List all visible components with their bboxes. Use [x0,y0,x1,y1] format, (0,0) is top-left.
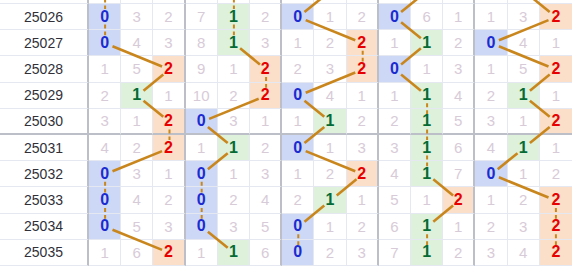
hit-cell-2: 2 [540,214,572,240]
miss-cell: 2 [347,214,379,240]
hit-cell-1: 1 [121,83,153,109]
miss-cell-text: 5 [261,219,269,234]
miss-cell-text: 2 [164,9,172,24]
hit-cell-0-text: 0 [100,9,109,25]
hit-cell-0-text: 0 [197,218,206,234]
hit-cell-2-text: 2 [551,192,560,208]
hit-cell-0: 0 [89,187,121,213]
miss-cell-text: 5 [133,219,141,234]
miss-cell-text: 4 [390,166,398,181]
miss-cell-text: 3 [390,140,398,155]
miss-cell-text: 1 [422,61,430,76]
hit-cell-1-text: 1 [229,244,238,260]
hit-cell-0-text: 0 [100,35,109,51]
miss-cell-text: 1 [487,61,495,76]
miss-cell: 2 [443,30,475,56]
period-label-text: 25032 [24,167,63,181]
miss-cell-text: 1 [229,166,237,181]
miss-cell-text: 4 [454,88,462,103]
trend-grid: 2502603271201206113225027043813122112041… [0,0,572,266]
miss-cell-text: 4 [261,192,269,207]
miss-cell: 10 [186,83,218,109]
miss-cell-text: 1 [358,192,366,207]
hit-cell-1: 1 [508,83,540,109]
miss-cell: 1 [475,56,507,82]
miss-cell: 1 [121,109,153,135]
miss-cell: 2 [153,4,185,30]
miss-cell-text: 2 [133,140,141,155]
miss-cell-text: 8 [197,35,205,50]
hit-cell-1-text: 1 [422,244,431,260]
miss-cell: 1 [186,135,218,161]
miss-cell: 1 [218,56,250,82]
miss-cell-text: 2 [261,140,269,155]
miss-cell: 1 [89,56,121,82]
miss-cell: 3 [250,30,282,56]
miss-cell-text: 2 [454,245,462,260]
miss-cell: 5 [379,187,411,213]
hit-cell-0-text: 0 [487,166,496,182]
miss-cell: 1 [153,83,185,109]
hit-cell-2-text: 2 [551,218,560,234]
miss-cell: 9 [186,56,218,82]
hit-cell-2: 2 [153,135,185,161]
miss-cell: 2 [314,161,346,187]
hit-cell-0-text: 0 [390,61,399,77]
miss-cell-text: 6 [133,245,141,260]
period-label: 25034 [0,214,89,240]
miss-cell-text: 1 [422,192,430,207]
miss-cell-text: 1 [390,88,398,103]
hit-cell-1: 1 [411,30,443,56]
miss-cell-text: 3 [261,166,269,181]
hit-cell-2-text: 2 [551,244,560,260]
hit-cell-2-text: 2 [357,61,366,77]
period-label-text: 25034 [24,219,63,233]
miss-cell: 7 [443,161,475,187]
miss-cell-text: 1 [454,9,462,24]
miss-cell-text: 2 [294,192,302,207]
miss-cell: 2 [347,4,379,30]
hit-cell-0: 0 [282,240,314,266]
miss-cell: 2 [540,161,572,187]
miss-cell: 6 [443,135,475,161]
miss-cell-text: 1 [552,140,560,155]
miss-cell: 7 [379,240,411,266]
miss-cell-text: 3 [164,35,172,50]
hit-cell-2-text: 2 [164,244,173,260]
miss-cell-text: 2 [326,245,334,260]
miss-cell-text: 2 [358,219,366,234]
miss-cell-text: 3 [261,35,269,50]
miss-cell: 3 [89,109,121,135]
miss-cell: 2 [218,83,250,109]
hit-cell-2: 2 [347,161,379,187]
miss-cell: 2 [89,83,121,109]
miss-cell: 4 [443,83,475,109]
miss-cell: 1 [347,83,379,109]
miss-cell-text: 4 [133,35,141,50]
hit-cell-0: 0 [186,161,218,187]
hit-cell-0: 0 [186,214,218,240]
miss-cell-text: 3 [133,9,141,24]
hit-cell-1: 1 [508,135,540,161]
miss-cell: 6 [411,4,443,30]
hit-cell-1-text: 1 [326,192,335,208]
hit-cell-1: 1 [314,109,346,135]
miss-cell-text: 1 [229,61,237,76]
hit-cell-1: 1 [218,240,250,266]
miss-cell-text: 1 [164,88,172,103]
miss-cell: 2 [282,56,314,82]
miss-cell-text: 1 [294,113,302,128]
hit-cell-0: 0 [89,4,121,30]
miss-cell-text: 6 [390,219,398,234]
miss-cell: 3 [347,135,379,161]
hit-cell-2-text: 2 [164,113,173,129]
hit-cell-0: 0 [475,30,507,56]
miss-cell: 2 [379,109,411,135]
miss-cell-text: 3 [100,113,108,128]
miss-cell: 2 [250,135,282,161]
hit-cell-2-text: 2 [551,61,560,77]
miss-cell-text: 1 [326,9,334,24]
miss-cell-text: 7 [454,166,462,181]
hit-cell-1-text: 1 [326,113,335,129]
miss-cell: 7 [186,4,218,30]
miss-cell-text: 2 [100,88,108,103]
miss-cell: 3 [250,161,282,187]
hit-cell-2: 2 [540,109,572,135]
miss-cell-text: 10 [193,88,210,103]
miss-cell: 1 [475,187,507,213]
miss-cell: 5 [121,214,153,240]
miss-cell: 2 [508,187,540,213]
miss-cell-text: 6 [454,140,462,155]
miss-cell-text: 2 [164,192,172,207]
miss-cell: 2 [282,187,314,213]
hit-cell-1-text: 1 [422,35,431,51]
hit-cell-0: 0 [89,30,121,56]
miss-cell-text: 1 [294,35,302,50]
period-label-text: 25031 [24,141,63,155]
hit-cell-2: 2 [540,4,572,30]
hit-cell-1: 1 [411,161,443,187]
miss-cell-text: 1 [454,219,462,234]
miss-cell-text: 1 [197,140,205,155]
miss-cell-text: 2 [552,166,560,181]
hit-cell-1-text: 1 [422,166,431,182]
miss-cell: 1 [250,109,282,135]
miss-cell: 3 [475,240,507,266]
miss-cell: 5 [250,214,282,240]
miss-cell-text: 2 [487,219,495,234]
miss-cell-text: 2 [326,35,334,50]
hit-cell-1: 1 [218,135,250,161]
miss-cell: 4 [508,240,540,266]
hit-cell-2-text: 2 [454,192,463,208]
miss-cell: 1 [314,214,346,240]
miss-cell-text: 3 [326,61,334,76]
miss-cell-text: 3 [358,140,366,155]
miss-cell: 3 [121,161,153,187]
miss-cell: 1 [379,83,411,109]
period-label-text: 25028 [24,62,63,76]
hit-cell-2-text: 2 [261,87,270,103]
hit-cell-0: 0 [282,83,314,109]
miss-cell-text: 1 [100,245,108,260]
hit-cell-1: 1 [411,214,443,240]
miss-cell-text: 1 [164,166,172,181]
hit-cell-2: 2 [153,240,185,266]
miss-cell-text: 3 [229,219,237,234]
miss-cell: 1 [443,4,475,30]
miss-cell: 3 [475,109,507,135]
miss-cell: 1 [411,56,443,82]
miss-cell: 4 [121,30,153,56]
miss-cell: 1 [411,187,443,213]
miss-cell-text: 1 [100,61,108,76]
miss-cell: 1 [89,240,121,266]
hit-cell-1-text: 1 [422,140,431,156]
miss-cell-text: 3 [487,113,495,128]
miss-cell: 2 [218,187,250,213]
miss-cell-text: 1 [552,35,560,50]
period-label-text: 25030 [24,114,63,128]
period-label-text: 25033 [24,193,63,207]
hit-cell-1: 1 [314,187,346,213]
miss-cell: 1 [282,30,314,56]
miss-cell: 3 [443,56,475,82]
miss-cell: 4 [89,135,121,161]
hit-cell-0-text: 0 [293,140,302,156]
miss-cell: 2 [475,83,507,109]
miss-cell-text: 1 [294,166,302,181]
hit-cell-0: 0 [282,4,314,30]
hit-cell-0-text: 0 [487,35,496,51]
hit-cell-2: 2 [540,240,572,266]
hit-cell-2: 2 [153,109,185,135]
miss-cell-text: 1 [487,9,495,24]
hit-cell-2-text: 2 [261,61,270,77]
miss-cell: 1 [153,161,185,187]
period-label: 25026 [0,4,89,30]
miss-cell-text: 7 [197,9,205,24]
miss-cell: 3 [218,214,250,240]
miss-cell-text: 1 [133,113,141,128]
hit-cell-0-text: 0 [100,218,109,234]
miss-cell-text: 2 [390,113,398,128]
miss-cell-text: 2 [326,166,334,181]
miss-cell: 4 [379,161,411,187]
miss-cell-text: 2 [454,35,462,50]
miss-cell-text: 1 [358,88,366,103]
miss-cell: 4 [250,187,282,213]
miss-cell-text: 2 [358,9,366,24]
miss-cell-text: 3 [229,113,237,128]
hit-cell-1-text: 1 [422,87,431,103]
miss-cell: 6 [121,240,153,266]
miss-cell: 5 [443,109,475,135]
hit-cell-2-text: 2 [164,140,173,156]
miss-cell: 1 [218,161,250,187]
period-label: 25029 [0,83,89,109]
miss-cell: 1 [540,30,572,56]
miss-cell-text: 5 [390,192,398,207]
hit-cell-2-text: 2 [164,61,173,77]
period-label: 25028 [0,56,89,82]
miss-cell-text: 9 [197,61,205,76]
miss-cell-text: 1 [261,113,269,128]
miss-cell: 2 [347,109,379,135]
hit-cell-1-text: 1 [422,218,431,234]
hit-cell-0: 0 [379,4,411,30]
miss-cell: 1 [347,187,379,213]
miss-cell-text: 1 [519,166,527,181]
hit-cell-0-text: 0 [293,244,302,260]
period-label: 25035 [0,240,89,266]
miss-cell: 6 [379,214,411,240]
miss-cell: 3 [508,4,540,30]
miss-cell: 1 [282,109,314,135]
miss-cell: 2 [314,240,346,266]
hit-cell-1-text: 1 [229,9,238,25]
miss-cell: 3 [508,214,540,240]
hit-cell-0-text: 0 [197,166,206,182]
period-label: 25027 [0,30,89,56]
period-label: 25032 [0,161,89,187]
period-label: 25033 [0,187,89,213]
hit-cell-0: 0 [186,109,218,135]
miss-cell: 1 [186,240,218,266]
hit-cell-0: 0 [475,161,507,187]
miss-cell-text: 2 [358,113,366,128]
miss-cell: 3 [379,135,411,161]
miss-cell-text: 6 [422,9,430,24]
period-label-text: 25026 [24,10,63,24]
miss-cell-text: 2 [519,192,527,207]
miss-cell: 1 [314,135,346,161]
miss-cell-text: 3 [164,219,172,234]
miss-cell-text: 3 [519,219,527,234]
hit-cell-2-text: 2 [357,166,366,182]
hit-cell-2: 2 [153,56,185,82]
miss-cell-text: 1 [326,219,334,234]
miss-cell: 1 [282,161,314,187]
period-label-text: 25029 [24,88,63,102]
miss-cell: 3 [153,214,185,240]
miss-cell-text: 7 [390,245,398,260]
miss-cell-text: 5 [133,61,141,76]
hit-cell-2: 2 [250,56,282,82]
hit-cell-1: 1 [411,135,443,161]
miss-cell: 1 [508,109,540,135]
miss-cell-text: 2 [229,88,237,103]
period-label-text: 25027 [24,36,63,50]
hit-cell-1-text: 1 [229,140,238,156]
hit-cell-0-text: 0 [293,218,302,234]
hit-cell-2: 2 [540,56,572,82]
miss-cell-text: 1 [197,245,205,260]
miss-cell-text: 1 [552,88,560,103]
hit-cell-0-text: 0 [100,192,109,208]
miss-cell-text: 4 [326,88,334,103]
miss-cell-text: 4 [100,140,108,155]
hit-cell-0-text: 0 [293,9,302,25]
hit-cell-1: 1 [411,83,443,109]
miss-cell-text: 3 [454,61,462,76]
period-label: 25030 [0,109,89,135]
miss-cell-text: 5 [519,61,527,76]
hit-cell-1-text: 1 [519,140,528,156]
miss-cell: 1 [508,161,540,187]
miss-cell-text: 2 [229,192,237,207]
miss-cell-text: 6 [261,245,269,260]
miss-cell: 3 [347,240,379,266]
hit-cell-1: 1 [218,30,250,56]
hit-cell-2-text: 2 [551,9,560,25]
miss-cell: 4 [314,83,346,109]
miss-cell-text: 3 [487,245,495,260]
miss-cell: 2 [153,187,185,213]
hit-cell-2: 2 [347,56,379,82]
miss-cell-text: 2 [487,88,495,103]
hit-cell-0: 0 [379,56,411,82]
period-label-text: 25035 [24,245,63,259]
miss-cell: 1 [540,83,572,109]
period-label: 25031 [0,135,89,161]
hit-cell-1: 1 [411,109,443,135]
hit-cell-2-text: 2 [551,113,560,129]
trend-chart-board: 2502603271201206113225027043813122112041… [0,0,572,266]
hit-cell-0-text: 0 [197,113,206,129]
miss-cell: 2 [475,214,507,240]
hit-cell-2: 2 [250,83,282,109]
hit-cell-0-text: 0 [100,166,109,182]
miss-cell: 5 [508,56,540,82]
miss-cell: 8 [186,30,218,56]
miss-cell: 5 [121,56,153,82]
miss-cell: 1 [443,214,475,240]
miss-cell: 3 [121,4,153,30]
miss-cell: 2 [443,240,475,266]
hit-cell-2: 2 [347,30,379,56]
miss-cell-text: 4 [487,140,495,155]
hit-cell-1-text: 1 [519,87,528,103]
miss-cell-text: 2 [261,9,269,24]
miss-cell: 1 [314,4,346,30]
hit-cell-0: 0 [282,214,314,240]
miss-cell-text: 1 [519,113,527,128]
miss-cell-text: 3 [358,245,366,260]
hit-cell-2: 2 [443,187,475,213]
hit-cell-1: 1 [218,4,250,30]
miss-cell-text: 1 [487,192,495,207]
hit-cell-0-text: 0 [390,9,399,25]
miss-cell-text: 4 [133,192,141,207]
miss-cell-text: 1 [390,35,398,50]
hit-cell-2-text: 2 [357,35,366,51]
hit-cell-2: 2 [540,187,572,213]
miss-cell: 2 [314,30,346,56]
miss-cell-text: 2 [294,61,302,76]
hit-cell-0-text: 0 [293,87,302,103]
miss-cell-text: 4 [519,35,527,50]
hit-cell-1: 1 [411,240,443,266]
hit-cell-0: 0 [282,135,314,161]
miss-cell-text: 5 [454,113,462,128]
miss-cell: 3 [153,30,185,56]
